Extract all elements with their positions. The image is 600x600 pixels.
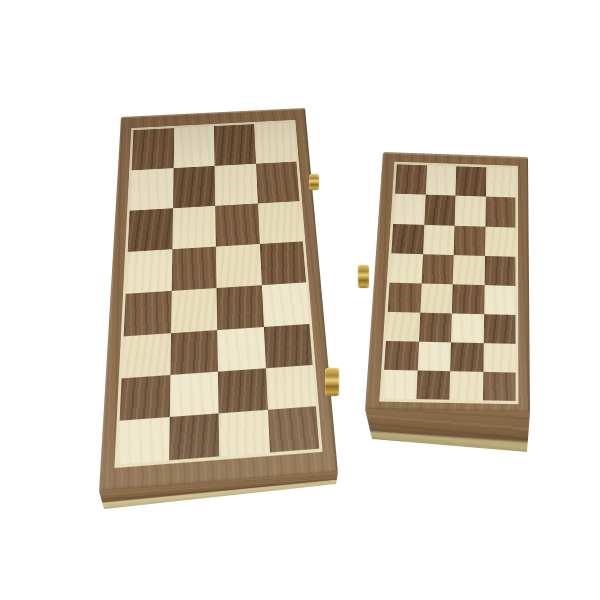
brass-hinge	[309, 174, 319, 190]
board-square-dark	[424, 195, 455, 225]
board-square-light	[393, 194, 425, 224]
board-square-light	[258, 201, 303, 244]
board-square-dark	[391, 223, 424, 253]
small-board-maple-inlay-line	[379, 162, 518, 405]
board-square-dark	[263, 324, 312, 369]
brass-clasp-small-board	[358, 265, 369, 288]
board-square-light	[217, 327, 265, 372]
brass-clasp-large-board	[325, 368, 339, 396]
board-square-dark	[384, 341, 418, 371]
board-square-dark	[267, 407, 319, 453]
small-board-checker-grid	[382, 164, 515, 401]
board-square-light	[126, 250, 172, 294]
board-square-light	[485, 167, 515, 197]
board-square-light	[122, 333, 171, 378]
board-square-light	[216, 244, 262, 288]
board-square-light	[171, 288, 218, 333]
board-square-dark	[419, 312, 452, 342]
board-square-light	[483, 343, 516, 372]
board-square-light	[485, 226, 516, 256]
board-square-light	[484, 285, 516, 315]
board-square-light	[453, 255, 485, 285]
board-square-dark	[256, 162, 300, 204]
board-square-light	[455, 196, 486, 226]
board-square-light	[219, 410, 270, 456]
board-square-light	[172, 206, 216, 249]
board-square-dark	[484, 256, 515, 286]
board-square-light	[173, 126, 214, 168]
board-square-light	[451, 313, 484, 343]
board-square-dark	[128, 208, 173, 252]
board-square-light	[386, 311, 420, 341]
board-square-light	[423, 224, 455, 254]
board-square-light	[417, 341, 451, 371]
large-board-maple-inlay-line	[114, 120, 322, 468]
small-board-top-face	[365, 152, 530, 413]
board-square-light	[265, 365, 316, 410]
board-square-dark	[170, 330, 218, 375]
board-square-light	[118, 418, 170, 465]
board-square-dark	[455, 166, 485, 196]
board-square-dark	[482, 372, 515, 401]
board-square-dark	[218, 368, 268, 414]
board-square-dark	[214, 124, 256, 166]
board-square-dark	[169, 414, 220, 460]
large-board-top-face	[99, 108, 338, 492]
board-square-light	[420, 283, 453, 313]
board-square-light	[382, 370, 417, 399]
large-board-checker-grid	[118, 122, 320, 464]
board-square-dark	[483, 314, 515, 344]
board-square-dark	[416, 370, 450, 399]
board-square-light	[169, 372, 218, 418]
board-square-light	[215, 164, 258, 206]
board-square-dark	[450, 342, 483, 371]
board-square-dark	[215, 204, 259, 247]
board-square-dark	[388, 282, 421, 312]
board-square-dark	[173, 166, 216, 209]
board-square-dark	[171, 247, 216, 291]
board-square-dark	[132, 128, 174, 170]
product-photo-canvas	[0, 0, 600, 600]
board-square-dark	[485, 197, 515, 227]
small-board-side-edge	[365, 409, 530, 452]
board-square-dark	[395, 164, 427, 195]
board-square-dark	[120, 375, 170, 421]
board-square-light	[261, 282, 309, 326]
board-square-light	[254, 122, 297, 164]
board-square-dark	[124, 291, 172, 336]
board-square-light	[130, 168, 174, 211]
board-square-dark	[259, 242, 306, 286]
board-square-dark	[421, 254, 453, 284]
board-square-light	[425, 165, 456, 196]
board-square-dark	[454, 225, 485, 255]
board-square-dark	[452, 284, 484, 314]
board-square-dark	[217, 285, 264, 329]
board-square-light	[390, 253, 423, 283]
board-square-light	[449, 371, 483, 400]
